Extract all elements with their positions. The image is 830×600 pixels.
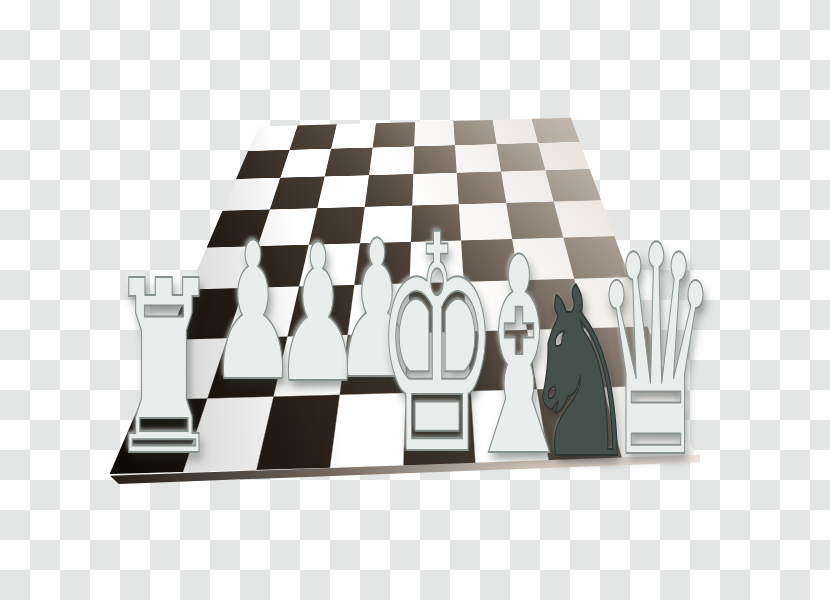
white-rook: ♜: [108, 249, 220, 489]
chess-clipart-canvas: ♜♟♟♟♚♝♞♛: [0, 0, 830, 600]
pieces-layer: ♜♟♟♟♚♝♞♛: [0, 0, 830, 600]
white-queen: ♛: [594, 208, 719, 498]
